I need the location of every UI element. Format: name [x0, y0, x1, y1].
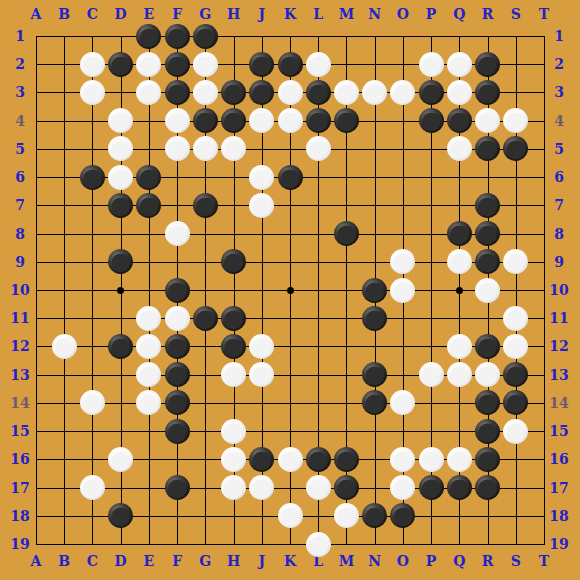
- col-label-top: P: [426, 6, 437, 22]
- row-label-left: 8: [15, 226, 25, 242]
- white-stone: ●: [165, 221, 190, 246]
- white-stone: ●: [80, 390, 105, 415]
- white-stone: ●: [221, 475, 246, 500]
- white-stone: ●: [419, 52, 444, 77]
- black-stone: ●: [165, 390, 190, 415]
- black-stone: ●: [362, 503, 387, 528]
- black-stone: ●: [278, 52, 303, 77]
- row-label-right: 13: [549, 367, 568, 383]
- white-stone: ●: [278, 80, 303, 105]
- white-stone: ●: [447, 136, 472, 161]
- black-stone: ●: [193, 306, 218, 331]
- black-stone: ●: [108, 193, 133, 218]
- col-label-bottom: N: [368, 553, 381, 569]
- row-label-right: 19: [549, 536, 568, 552]
- white-stone: ●: [52, 334, 77, 359]
- black-stone: ●: [362, 306, 387, 331]
- col-label-top: E: [144, 6, 155, 22]
- white-stone: ●: [249, 108, 274, 133]
- black-stone: ●: [475, 52, 500, 77]
- black-stone: ●: [221, 80, 246, 105]
- col-label-bottom: P: [426, 553, 437, 569]
- black-stone: ●: [447, 475, 472, 500]
- col-label-top: O: [397, 6, 409, 22]
- col-label-bottom: B: [58, 553, 70, 569]
- black-stone: ●: [475, 390, 500, 415]
- col-label-top: Q: [453, 6, 465, 22]
- white-stone: ●: [475, 362, 500, 387]
- white-stone: ●: [193, 52, 218, 77]
- black-stone: ●: [362, 362, 387, 387]
- white-stone: ●: [334, 80, 359, 105]
- white-stone: ●: [193, 80, 218, 105]
- white-stone: ●: [278, 108, 303, 133]
- black-stone: ●: [475, 334, 500, 359]
- black-stone: ●: [249, 80, 274, 105]
- black-stone: ●: [334, 475, 359, 500]
- col-label-top: T: [539, 6, 549, 22]
- white-stone: ●: [165, 108, 190, 133]
- white-stone: ●: [390, 278, 415, 303]
- black-stone: ●: [447, 221, 472, 246]
- row-label-left: 1: [15, 28, 25, 44]
- black-stone: ●: [108, 52, 133, 77]
- row-label-left: 11: [10, 310, 29, 326]
- black-stone: ●: [447, 108, 472, 133]
- white-stone: ●: [165, 136, 190, 161]
- row-label-right: 14: [549, 395, 568, 411]
- white-stone: ●: [80, 52, 105, 77]
- black-stone: ●: [419, 108, 444, 133]
- row-label-left: 7: [15, 197, 25, 213]
- row-label-right: 8: [554, 226, 564, 242]
- row-label-left: 10: [10, 282, 29, 298]
- row-label-right: 4: [554, 113, 564, 129]
- white-stone: ●: [108, 447, 133, 472]
- white-stone: ●: [221, 136, 246, 161]
- white-stone: ●: [447, 249, 472, 274]
- col-label-top: M: [339, 6, 355, 22]
- row-label-left: 5: [15, 141, 25, 157]
- black-stone: ●: [165, 475, 190, 500]
- row-label-left: 16: [10, 451, 29, 467]
- black-stone: ●: [475, 193, 500, 218]
- white-stone: ●: [249, 475, 274, 500]
- col-label-bottom: F: [172, 553, 182, 569]
- row-label-left: 4: [15, 113, 25, 129]
- col-label-top: D: [115, 6, 127, 22]
- black-stone: ●: [362, 390, 387, 415]
- row-label-left: 18: [10, 508, 29, 524]
- white-stone: ●: [419, 447, 444, 472]
- col-label-top: G: [199, 6, 211, 22]
- row-label-right: 7: [554, 197, 564, 213]
- white-stone: ●: [362, 80, 387, 105]
- col-label-top: R: [482, 6, 494, 22]
- white-stone: ●: [503, 108, 528, 133]
- white-stone: ●: [136, 334, 161, 359]
- white-stone: ●: [278, 447, 303, 472]
- black-stone: ●: [193, 108, 218, 133]
- white-stone: ●: [108, 136, 133, 161]
- white-stone: ●: [306, 52, 331, 77]
- white-stone: ●: [390, 447, 415, 472]
- col-label-bottom: J: [258, 553, 265, 569]
- col-label-bottom: Q: [453, 553, 465, 569]
- black-stone: ●: [503, 136, 528, 161]
- black-stone: ●: [278, 165, 303, 190]
- white-stone: ●: [108, 108, 133, 133]
- white-stone: ●: [447, 52, 472, 77]
- row-label-right: 2: [554, 56, 564, 72]
- white-stone: ●: [447, 362, 472, 387]
- row-label-left: 13: [10, 367, 29, 383]
- black-stone: ●: [165, 24, 190, 49]
- col-label-bottom: S: [511, 553, 521, 569]
- white-stone: ●: [503, 249, 528, 274]
- white-stone: ●: [475, 108, 500, 133]
- row-label-left: 15: [10, 423, 29, 439]
- black-stone: ●: [475, 249, 500, 274]
- black-stone: ●: [362, 278, 387, 303]
- white-stone: ●: [80, 80, 105, 105]
- black-stone: ●: [221, 334, 246, 359]
- col-label-bottom: H: [227, 553, 240, 569]
- row-label-left: 2: [15, 56, 25, 72]
- star-point: [456, 287, 463, 294]
- black-stone: ●: [108, 334, 133, 359]
- black-stone: ●: [80, 165, 105, 190]
- row-label-right: 5: [554, 141, 564, 157]
- white-stone: ●: [503, 419, 528, 444]
- row-label-right: 3: [554, 84, 564, 100]
- black-stone: ●: [165, 334, 190, 359]
- white-stone: ●: [136, 362, 161, 387]
- black-stone: ●: [475, 475, 500, 500]
- black-stone: ●: [136, 24, 161, 49]
- col-label-top: A: [31, 6, 42, 22]
- row-label-right: 17: [549, 480, 568, 496]
- row-label-right: 6: [554, 169, 564, 185]
- col-label-bottom: A: [31, 553, 42, 569]
- white-stone: ●: [306, 475, 331, 500]
- white-stone: ●: [390, 390, 415, 415]
- black-stone: ●: [503, 390, 528, 415]
- black-stone: ●: [108, 503, 133, 528]
- row-label-left: 19: [10, 536, 29, 552]
- white-stone: ●: [249, 334, 274, 359]
- col-label-top: C: [87, 6, 98, 22]
- white-stone: ●: [390, 249, 415, 274]
- black-stone: ●: [475, 136, 500, 161]
- row-label-left: 14: [10, 395, 29, 411]
- go-board[interactable]: AABBCCDDEEFFGGHHJJKKLLMMNNOOPPQQRRSSTT11…: [0, 0, 580, 580]
- row-label-right: 11: [549, 310, 568, 326]
- white-stone: ●: [278, 503, 303, 528]
- black-stone: ●: [475, 221, 500, 246]
- col-label-top: J: [258, 6, 265, 22]
- white-stone: ●: [503, 306, 528, 331]
- white-stone: ●: [136, 80, 161, 105]
- white-stone: ●: [503, 334, 528, 359]
- white-stone: ●: [249, 362, 274, 387]
- black-stone: ●: [249, 447, 274, 472]
- white-stone: ●: [221, 419, 246, 444]
- col-label-bottom: D: [115, 553, 127, 569]
- col-label-bottom: G: [199, 553, 211, 569]
- col-label-top: B: [58, 6, 70, 22]
- star-point: [117, 287, 124, 294]
- row-label-right: 15: [549, 423, 568, 439]
- black-stone: ●: [108, 249, 133, 274]
- white-stone: ●: [136, 306, 161, 331]
- black-stone: ●: [165, 52, 190, 77]
- col-label-bottom: E: [144, 553, 155, 569]
- white-stone: ●: [475, 278, 500, 303]
- white-stone: ●: [221, 447, 246, 472]
- black-stone: ●: [334, 221, 359, 246]
- white-stone: ●: [306, 532, 331, 557]
- black-stone: ●: [193, 24, 218, 49]
- white-stone: ●: [165, 306, 190, 331]
- row-label-right: 10: [549, 282, 568, 298]
- black-stone: ●: [334, 108, 359, 133]
- white-stone: ●: [193, 136, 218, 161]
- black-stone: ●: [221, 306, 246, 331]
- col-label-bottom: T: [539, 553, 549, 569]
- row-label-left: 3: [15, 84, 25, 100]
- black-stone: ●: [136, 165, 161, 190]
- white-stone: ●: [249, 165, 274, 190]
- col-label-bottom: O: [397, 553, 409, 569]
- white-stone: ●: [306, 136, 331, 161]
- white-stone: ●: [221, 362, 246, 387]
- white-stone: ●: [334, 503, 359, 528]
- white-stone: ●: [136, 52, 161, 77]
- row-label-right: 1: [554, 28, 564, 44]
- black-stone: ●: [503, 362, 528, 387]
- col-label-top: F: [172, 6, 182, 22]
- col-label-top: L: [313, 6, 323, 22]
- black-stone: ●: [165, 362, 190, 387]
- row-label-right: 12: [549, 338, 568, 354]
- col-label-bottom: C: [87, 553, 98, 569]
- black-stone: ●: [165, 80, 190, 105]
- white-stone: ●: [249, 193, 274, 218]
- row-label-left: 9: [15, 254, 25, 270]
- white-stone: ●: [447, 334, 472, 359]
- white-stone: ●: [447, 447, 472, 472]
- black-stone: ●: [136, 193, 161, 218]
- black-stone: ●: [419, 80, 444, 105]
- col-label-top: H: [227, 6, 240, 22]
- black-stone: ●: [390, 503, 415, 528]
- white-stone: ●: [419, 362, 444, 387]
- black-stone: ●: [165, 278, 190, 303]
- col-label-top: K: [284, 6, 296, 22]
- row-label-left: 6: [15, 169, 25, 185]
- black-stone: ●: [306, 447, 331, 472]
- black-stone: ●: [475, 447, 500, 472]
- black-stone: ●: [249, 52, 274, 77]
- col-label-top: S: [511, 6, 521, 22]
- black-stone: ●: [165, 419, 190, 444]
- col-label-bottom: K: [284, 553, 296, 569]
- col-label-bottom: M: [339, 553, 355, 569]
- row-label-right: 9: [554, 254, 564, 270]
- white-stone: ●: [390, 80, 415, 105]
- black-stone: ●: [419, 475, 444, 500]
- black-stone: ●: [221, 249, 246, 274]
- row-label-left: 12: [10, 338, 29, 354]
- col-label-top: N: [368, 6, 381, 22]
- black-stone: ●: [334, 447, 359, 472]
- row-label-right: 18: [549, 508, 568, 524]
- row-label-right: 16: [549, 451, 568, 467]
- black-stone: ●: [475, 419, 500, 444]
- black-stone: ●: [193, 193, 218, 218]
- black-stone: ●: [306, 108, 331, 133]
- white-stone: ●: [390, 475, 415, 500]
- white-stone: ●: [447, 80, 472, 105]
- white-stone: ●: [136, 390, 161, 415]
- white-stone: ●: [80, 475, 105, 500]
- star-point: [287, 287, 294, 294]
- black-stone: ●: [306, 80, 331, 105]
- white-stone: ●: [108, 165, 133, 190]
- row-label-left: 17: [10, 480, 29, 496]
- black-stone: ●: [475, 80, 500, 105]
- col-label-bottom: R: [482, 553, 494, 569]
- black-stone: ●: [221, 108, 246, 133]
